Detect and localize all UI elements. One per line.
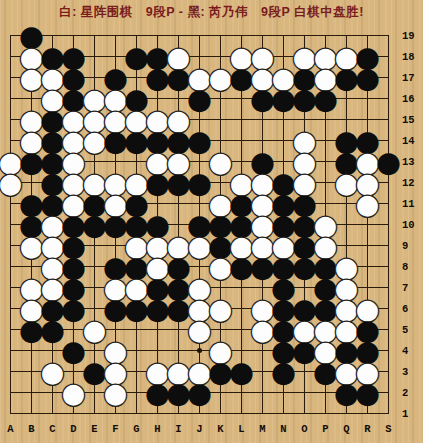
column-label-C: C xyxy=(43,423,63,435)
stone-white: ● xyxy=(62,381,86,405)
column-label-L: L xyxy=(232,423,252,435)
stone-black: ● xyxy=(272,360,296,384)
column-label-K: K xyxy=(211,423,231,435)
stone-white: ● xyxy=(104,381,128,405)
row-label-4: 4 xyxy=(402,345,423,357)
column-label-J: J xyxy=(190,423,210,435)
column-label-G: G xyxy=(127,423,147,435)
row-label-17: 17 xyxy=(402,72,423,84)
stone-black: ● xyxy=(230,360,254,384)
column-label-M: M xyxy=(253,423,273,435)
stone-white: ● xyxy=(356,192,380,216)
column-label-I: I xyxy=(169,423,189,435)
row-label-11: 11 xyxy=(402,198,423,210)
stone-black: ● xyxy=(314,87,338,111)
column-label-F: F xyxy=(106,423,126,435)
row-label-9: 9 xyxy=(402,240,423,252)
column-label-Q: Q xyxy=(337,423,357,435)
column-label-S: S xyxy=(379,423,399,435)
row-label-19: 19 xyxy=(402,30,423,42)
row-label-1: 1 xyxy=(402,408,423,420)
row-label-12: 12 xyxy=(402,177,423,189)
column-label-O: O xyxy=(295,423,315,435)
row-label-18: 18 xyxy=(402,51,423,63)
go-game-window: 白: 星阵围棋 9段P - 黑: 芮乃伟 9段P 白棋中盘胜! ●●●●●●●●… xyxy=(0,0,423,443)
column-label-H: H xyxy=(148,423,168,435)
row-label-2: 2 xyxy=(402,387,423,399)
row-label-13: 13 xyxy=(402,156,423,168)
row-label-6: 6 xyxy=(402,303,423,315)
column-label-D: D xyxy=(64,423,84,435)
column-label-R: R xyxy=(358,423,378,435)
star-point-J4 xyxy=(197,348,202,353)
stone-black: ● xyxy=(356,66,380,90)
row-label-16: 16 xyxy=(402,93,423,105)
column-label-E: E xyxy=(85,423,105,435)
row-label-3: 3 xyxy=(402,366,423,378)
column-label-N: N xyxy=(274,423,294,435)
column-label-A: A xyxy=(1,423,21,435)
row-label-10: 10 xyxy=(402,219,423,231)
column-label-B: B xyxy=(22,423,42,435)
column-label-P: P xyxy=(316,423,336,435)
row-label-5: 5 xyxy=(402,324,423,336)
row-label-15: 15 xyxy=(402,114,423,126)
row-label-14: 14 xyxy=(402,135,423,147)
row-label-8: 8 xyxy=(402,261,423,273)
row-label-7: 7 xyxy=(402,282,423,294)
stone-black: ● xyxy=(356,381,380,405)
stone-black: ● xyxy=(188,381,212,405)
game-info-header: 白: 星阵围棋 9段P - 黑: 芮乃伟 9段P 白棋中盘胜! xyxy=(0,0,423,25)
